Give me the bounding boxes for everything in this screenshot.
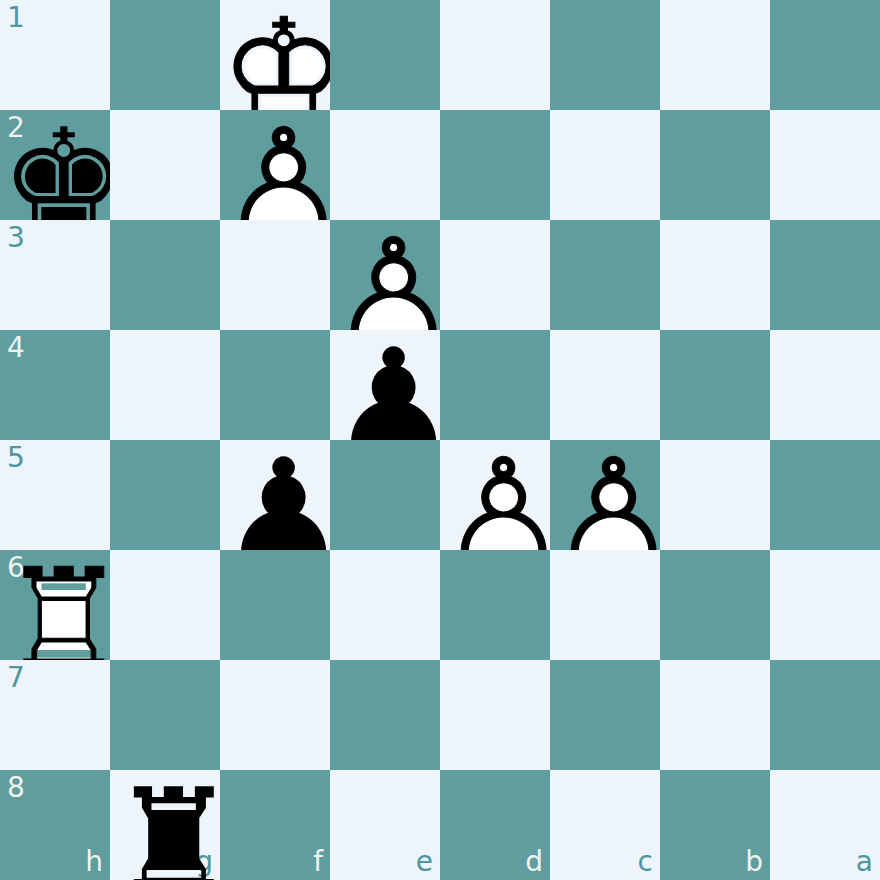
square-c8[interactable]: c: [550, 770, 660, 880]
square-c5[interactable]: ♟♙: [550, 440, 660, 550]
file-label-c: c: [638, 848, 653, 876]
square-f2[interactable]: ♟♙: [220, 110, 330, 220]
square-e7[interactable]: [330, 660, 440, 770]
square-c7[interactable]: [550, 660, 660, 770]
piece-white-king[interactable]: ♚♔: [220, 0, 330, 110]
square-a8[interactable]: a: [770, 770, 880, 880]
square-d4[interactable]: [440, 330, 550, 440]
square-h7[interactable]: 7: [0, 660, 110, 770]
square-a3[interactable]: [770, 220, 880, 330]
piece-black-pawn[interactable]: ♟: [330, 330, 440, 440]
square-h3[interactable]: 3: [0, 220, 110, 330]
file-label-e: e: [416, 848, 433, 876]
square-d7[interactable]: [440, 660, 550, 770]
square-b3[interactable]: [660, 220, 770, 330]
rank-label-7: 7: [7, 664, 25, 692]
rank-label-5: 5: [7, 444, 25, 472]
square-b2[interactable]: [660, 110, 770, 220]
square-f7[interactable]: [220, 660, 330, 770]
square-a4[interactable]: [770, 330, 880, 440]
square-f5[interactable]: ♟: [220, 440, 330, 550]
square-f3[interactable]: [220, 220, 330, 330]
square-f1[interactable]: ♚♔: [220, 0, 330, 110]
rank-label-3: 3: [7, 224, 25, 252]
square-g1[interactable]: [110, 0, 220, 110]
square-b7[interactable]: [660, 660, 770, 770]
file-label-b: b: [745, 848, 763, 876]
square-b4[interactable]: [660, 330, 770, 440]
piece-white-pawn[interactable]: ♟♙: [550, 440, 660, 550]
piece-white-pawn[interactable]: ♟♙: [440, 440, 550, 550]
rank-label-8: 8: [7, 774, 25, 802]
file-label-h: h: [85, 848, 103, 876]
piece-black-rook[interactable]: ♜: [110, 770, 220, 880]
square-a5[interactable]: [770, 440, 880, 550]
file-label-f: f: [313, 848, 323, 876]
square-f6[interactable]: [220, 550, 330, 660]
square-d3[interactable]: [440, 220, 550, 330]
square-c6[interactable]: [550, 550, 660, 660]
piece-white-pawn[interactable]: ♟♙: [330, 220, 440, 330]
square-e3[interactable]: ♟♙: [330, 220, 440, 330]
square-a7[interactable]: [770, 660, 880, 770]
rank-label-1: 1: [7, 4, 25, 32]
square-h2[interactable]: 2♚: [0, 110, 110, 220]
square-d5[interactable]: ♟♙: [440, 440, 550, 550]
square-h4[interactable]: 4: [0, 330, 110, 440]
square-b6[interactable]: [660, 550, 770, 660]
square-g7[interactable]: [110, 660, 220, 770]
square-a2[interactable]: [770, 110, 880, 220]
square-g3[interactable]: [110, 220, 220, 330]
square-d6[interactable]: [440, 550, 550, 660]
square-e1[interactable]: [330, 0, 440, 110]
square-e5[interactable]: [330, 440, 440, 550]
square-e2[interactable]: [330, 110, 440, 220]
square-b8[interactable]: b: [660, 770, 770, 880]
square-c1[interactable]: [550, 0, 660, 110]
square-g8[interactable]: g♜: [110, 770, 220, 880]
square-d2[interactable]: [440, 110, 550, 220]
square-h1[interactable]: 1: [0, 0, 110, 110]
piece-black-king[interactable]: ♚: [0, 110, 110, 220]
chess-board: 1♚♔2♚♟♙3♟♙4♟5♟♟♙♟♙6♜♖78hg♜fedcba: [0, 0, 880, 880]
black-piece-glyph: ♜: [110, 770, 237, 880]
square-h6[interactable]: 6♜♖: [0, 550, 110, 660]
square-g6[interactable]: [110, 550, 220, 660]
square-g5[interactable]: [110, 440, 220, 550]
square-e6[interactable]: [330, 550, 440, 660]
square-a6[interactable]: [770, 550, 880, 660]
square-e4[interactable]: ♟: [330, 330, 440, 440]
file-label-d: d: [525, 848, 543, 876]
square-a1[interactable]: [770, 0, 880, 110]
piece-white-pawn[interactable]: ♟♙: [220, 110, 330, 220]
square-d1[interactable]: [440, 0, 550, 110]
square-b1[interactable]: [660, 0, 770, 110]
square-e8[interactable]: e: [330, 770, 440, 880]
piece-black-pawn[interactable]: ♟: [220, 440, 330, 550]
square-c2[interactable]: [550, 110, 660, 220]
square-c3[interactable]: [550, 220, 660, 330]
square-h8[interactable]: 8h: [0, 770, 110, 880]
square-g4[interactable]: [110, 330, 220, 440]
square-d8[interactable]: d: [440, 770, 550, 880]
square-b5[interactable]: [660, 440, 770, 550]
rank-label-4: 4: [7, 334, 25, 362]
square-f4[interactable]: [220, 330, 330, 440]
square-g2[interactable]: [110, 110, 220, 220]
square-c4[interactable]: [550, 330, 660, 440]
square-f8[interactable]: f: [220, 770, 330, 880]
piece-white-rook[interactable]: ♜♖: [0, 550, 110, 660]
square-h5[interactable]: 5: [0, 440, 110, 550]
file-label-a: a: [856, 848, 873, 876]
